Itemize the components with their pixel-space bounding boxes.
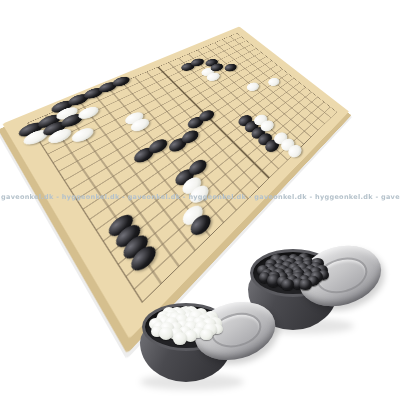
white-stone [245,81,262,93]
black-bowl-stone [299,279,311,290]
watermark-text: gaveonkel.dk - hyggeonkel.dk - gaveonkel… [1,193,400,201]
black-bowl-stone [281,279,294,291]
white-bowl-stone [200,329,212,340]
white-stone-bowl [134,294,284,399]
product-photo: gaveonkel.dk - hyggeonkel.dk - gaveonkel… [0,0,400,400]
white-stone [266,76,282,87]
white-stone [69,125,96,144]
white-bowl-stone [173,332,187,345]
black-stone [222,62,238,73]
